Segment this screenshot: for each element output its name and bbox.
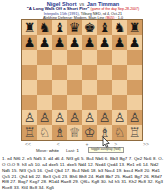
square-c7: ♟ <box>52 35 67 50</box>
square-b4 <box>37 80 52 95</box>
piece-bk: ♚ <box>82 20 97 35</box>
piece-bp: ♟ <box>67 35 82 50</box>
square-e2: ♙ <box>82 110 97 125</box>
piece-bn: ♞ <box>37 20 52 35</box>
square-a7: ♟ <box>22 35 37 50</box>
square-h1: ♖ <box>127 125 142 140</box>
square-d2: ♙ <box>67 110 82 125</box>
square-c2: ♙ <box>52 110 67 125</box>
move-indicator: Move: white <box>36 148 59 153</box>
square-d7: ♟ <box>67 35 82 50</box>
piece-bp: ♟ <box>22 35 37 50</box>
square-e6 <box>82 50 97 65</box>
piece-bn: ♞ <box>112 20 127 35</box>
square-h7: ♟ <box>127 35 142 50</box>
square-a3 <box>22 95 37 110</box>
piece-wr: ♖ <box>127 125 142 140</box>
pun-title-line: "A Long Walk Off a Short Pier" (game of … <box>0 7 166 12</box>
piece-br: ♜ <box>127 20 142 35</box>
square-c1: ♗ <box>52 125 67 140</box>
piece-br: ♜ <box>22 20 37 35</box>
square-c4 <box>52 80 67 95</box>
piece-wp: ♙ <box>97 110 112 125</box>
game-header: Nigel Short vs Jan Timman "A Long Walk O… <box>0 1 166 20</box>
square-h8: ♜ <box>127 20 142 35</box>
square-g3 <box>112 95 127 110</box>
square-g7: ♟ <box>112 35 127 50</box>
square-e7: ♟ <box>82 35 97 50</box>
square-h4 <box>127 80 142 95</box>
square-b7: ♟ <box>37 35 52 50</box>
viewer-controls: <<<+>>> <box>24 141 150 147</box>
square-e8: ♚ <box>82 20 97 35</box>
piece-wp: ♙ <box>127 110 142 125</box>
piece-bb: ♝ <box>52 20 67 35</box>
piece-bp: ♟ <box>37 35 52 50</box>
square-a6 <box>22 50 37 65</box>
square-e4 <box>82 80 97 95</box>
square-e3 <box>82 95 97 110</box>
square-a8: ♜ <box>22 20 37 35</box>
square-g5 <box>112 65 127 80</box>
piece-bp: ♟ <box>82 35 97 50</box>
nav-end-button[interactable]: >> <box>142 141 150 147</box>
square-g6 <box>112 50 127 65</box>
square-b2: ♙ <box>37 110 52 125</box>
square-a2: ♙ <box>22 110 37 125</box>
piece-bp: ♟ <box>97 35 112 50</box>
piece-bb: ♝ <box>97 20 112 35</box>
square-b1: ♘ <box>37 125 52 140</box>
piece-wp: ♙ <box>22 110 37 125</box>
square-g4 <box>112 80 127 95</box>
piece-wb: ♗ <box>52 125 67 140</box>
square-b6 <box>37 50 52 65</box>
last-label: Last: <box>66 148 75 153</box>
square-d1: ♕ <box>67 125 82 140</box>
square-a4 <box>22 80 37 95</box>
piece-wp: ♙ <box>67 110 82 125</box>
move-list: 1. e4 Nf6 2. e5 Nd5 3. d4 d6 4. Nf3 g6 5… <box>2 156 164 190</box>
square-f2: ♙ <box>97 110 112 125</box>
piece-wp: ♙ <box>82 110 97 125</box>
square-f7: ♟ <box>97 35 112 50</box>
piece-wk: ♔ <box>82 125 97 140</box>
square-f4 <box>97 80 112 95</box>
square-g8: ♞ <box>112 20 127 35</box>
piece-wp: ♙ <box>52 110 67 125</box>
square-f5 <box>97 65 112 80</box>
mouse-cursor-icon <box>102 137 110 148</box>
square-g1: ♘ <box>112 125 127 140</box>
piece-bp: ♟ <box>112 35 127 50</box>
square-f6 <box>97 50 112 65</box>
square-h3 <box>127 95 142 110</box>
square-h5 <box>127 65 142 80</box>
last-indicator: Last: 1 <box>66 148 79 153</box>
square-f3 <box>97 95 112 110</box>
piece-wn: ♘ <box>37 125 52 140</box>
square-b8: ♞ <box>37 20 52 35</box>
move-label: Move: <box>36 148 48 153</box>
piece-wq: ♕ <box>67 125 82 140</box>
piece-wr: ♖ <box>22 125 37 140</box>
move-value: white <box>49 148 59 153</box>
square-c5 <box>52 65 67 80</box>
square-d4 <box>67 80 82 95</box>
square-d5 <box>67 65 82 80</box>
piece-bp: ♟ <box>52 35 67 50</box>
square-a1: ♖ <box>22 125 37 140</box>
piece-bq: ♛ <box>67 20 82 35</box>
move-status-line: Move: white Last: 1 <box>36 148 79 153</box>
pun-title: "A Long Walk Off a Short Pier" <box>27 6 89 11</box>
square-c6 <box>52 50 67 65</box>
game-of-the-day-link[interactable]: (game of the day Sep-28-2007) <box>91 7 140 11</box>
square-c8: ♝ <box>52 20 67 35</box>
square-g2: ♙ <box>112 110 127 125</box>
square-e5 <box>82 65 97 80</box>
square-b3 <box>37 95 52 110</box>
square-c3 <box>52 95 67 110</box>
nav-back-button[interactable]: < <box>56 141 61 147</box>
square-e1: ♔ <box>82 125 97 140</box>
square-b5 <box>37 65 52 80</box>
square-a5 <box>22 65 37 80</box>
square-d3 <box>67 95 82 110</box>
nav-start-button[interactable]: << <box>24 141 32 147</box>
square-d8: ♛ <box>67 20 82 35</box>
square-f8: ♝ <box>97 20 112 35</box>
last-value: 1 <box>76 148 78 153</box>
piece-wn: ♘ <box>112 125 127 140</box>
piece-wp: ♙ <box>37 110 52 125</box>
piece-wp: ♙ <box>112 110 127 125</box>
chess-board: ♜♞♝♛♚♝♞♜♟♟♟♟♟♟♟♟♙♙♙♙♙♙♙♙♖♘♗♕♔♗♘♖ <box>21 19 143 141</box>
square-d6 <box>67 50 82 65</box>
square-h2: ♙ <box>127 110 142 125</box>
square-h6 <box>127 50 142 65</box>
piece-bp: ♟ <box>127 35 142 50</box>
